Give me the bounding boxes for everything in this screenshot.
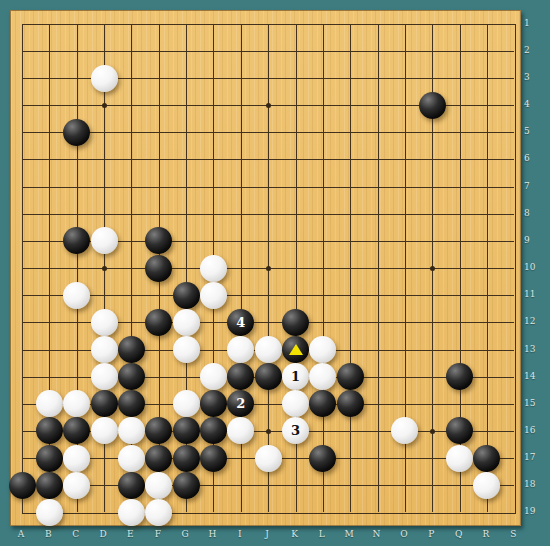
row-label-15: 15	[524, 399, 544, 408]
black-stone[interactable]	[173, 445, 200, 472]
row-label-5: 5	[524, 127, 544, 136]
grid-line-vertical	[350, 24, 351, 513]
row-label-13: 13	[524, 345, 544, 354]
column-label-I: I	[230, 530, 250, 539]
row-label-3: 3	[524, 73, 544, 82]
white-stone[interactable]	[200, 255, 227, 282]
row-label-16: 16	[524, 426, 544, 435]
white-stone[interactable]	[36, 390, 63, 417]
column-label-C: C	[66, 530, 86, 539]
column-label-M: M	[339, 530, 359, 539]
black-stone[interactable]	[173, 472, 200, 499]
grid-line-vertical	[487, 24, 488, 513]
black-stone[interactable]	[255, 363, 282, 390]
column-label-Q: Q	[449, 530, 469, 539]
black-stone[interactable]	[173, 282, 200, 309]
white-stone[interactable]	[91, 227, 118, 254]
row-label-7: 7	[524, 182, 544, 191]
black-stone[interactable]	[282, 336, 309, 363]
black-stone[interactable]	[118, 390, 145, 417]
row-label-10: 10	[524, 263, 544, 272]
black-stone[interactable]	[419, 92, 446, 119]
column-label-G: G	[175, 530, 195, 539]
column-label-S: S	[503, 530, 523, 539]
white-stone[interactable]	[36, 499, 63, 526]
black-stone[interactable]	[309, 445, 336, 472]
column-label-D: D	[93, 530, 113, 539]
board-frame: 4123 ABCDEFGHIJKLMNOPQRS1234567891011121…	[0, 0, 550, 546]
move-number-label: 3	[282, 417, 309, 444]
black-stone[interactable]	[36, 445, 63, 472]
black-stone[interactable]	[200, 445, 227, 472]
black-stone[interactable]	[145, 309, 172, 336]
row-label-4: 4	[524, 100, 544, 109]
row-label-9: 9	[524, 236, 544, 245]
white-stone[interactable]: 1	[282, 363, 309, 390]
white-stone[interactable]	[91, 65, 118, 92]
column-label-P: P	[421, 530, 441, 539]
black-stone[interactable]: 2	[227, 390, 254, 417]
white-stone[interactable]	[118, 445, 145, 472]
white-stone[interactable]	[63, 472, 90, 499]
white-stone[interactable]: 3	[282, 417, 309, 444]
black-stone[interactable]	[9, 472, 36, 499]
white-stone[interactable]	[91, 363, 118, 390]
grid-line-horizontal	[22, 295, 514, 296]
black-stone[interactable]	[145, 445, 172, 472]
row-label-18: 18	[524, 480, 544, 489]
move-number-label: 2	[227, 390, 254, 417]
white-stone[interactable]	[473, 472, 500, 499]
white-stone[interactable]	[255, 445, 282, 472]
white-stone[interactable]	[200, 282, 227, 309]
row-label-17: 17	[524, 453, 544, 462]
column-label-F: F	[148, 530, 168, 539]
column-label-E: E	[120, 530, 140, 539]
black-stone[interactable]	[473, 445, 500, 472]
black-stone[interactable]	[173, 417, 200, 444]
black-stone[interactable]	[337, 363, 364, 390]
row-label-6: 6	[524, 154, 544, 163]
black-stone[interactable]	[282, 309, 309, 336]
black-stone[interactable]: 4	[227, 309, 254, 336]
black-stone[interactable]	[91, 390, 118, 417]
white-stone[interactable]	[91, 336, 118, 363]
row-label-11: 11	[524, 290, 544, 299]
grid-line-horizontal	[22, 485, 514, 486]
row-label-1: 1	[524, 19, 544, 28]
row-label-19: 19	[524, 507, 544, 516]
move-number-label: 4	[227, 309, 254, 336]
white-stone[interactable]	[446, 445, 473, 472]
white-stone[interactable]	[145, 472, 172, 499]
column-label-N: N	[367, 530, 387, 539]
go-app-window: { "game": "go", "window": {"width": 550,…	[0, 0, 550, 546]
triangle-marker-icon	[289, 344, 303, 355]
column-label-R: R	[476, 530, 496, 539]
column-label-O: O	[394, 530, 414, 539]
column-label-H: H	[202, 530, 222, 539]
white-stone[interactable]	[118, 499, 145, 526]
white-stone[interactable]	[200, 363, 227, 390]
black-stone[interactable]	[337, 390, 364, 417]
go-board[interactable]: 4123	[10, 10, 521, 526]
black-stone[interactable]	[63, 119, 90, 146]
white-stone[interactable]	[173, 336, 200, 363]
white-stone[interactable]	[63, 445, 90, 472]
white-stone[interactable]	[91, 417, 118, 444]
column-label-K: K	[285, 530, 305, 539]
black-stone[interactable]	[118, 472, 145, 499]
white-stone[interactable]	[173, 390, 200, 417]
white-stone[interactable]	[145, 499, 172, 526]
column-label-B: B	[38, 530, 58, 539]
row-label-14: 14	[524, 372, 544, 381]
column-label-A: A	[11, 530, 31, 539]
black-stone[interactable]	[145, 255, 172, 282]
row-label-8: 8	[524, 209, 544, 218]
grid-line-vertical	[323, 24, 324, 513]
column-label-J: J	[257, 530, 277, 539]
black-stone[interactable]	[36, 472, 63, 499]
move-number-label: 1	[282, 363, 309, 390]
white-stone[interactable]	[91, 309, 118, 336]
white-stone[interactable]	[173, 309, 200, 336]
row-label-12: 12	[524, 317, 544, 326]
black-stone[interactable]	[118, 336, 145, 363]
white-stone[interactable]	[255, 336, 282, 363]
row-label-2: 2	[524, 46, 544, 55]
black-stone[interactable]	[118, 363, 145, 390]
column-label-L: L	[312, 530, 332, 539]
grid-line-vertical	[378, 24, 379, 513]
white-stone[interactable]	[63, 282, 90, 309]
